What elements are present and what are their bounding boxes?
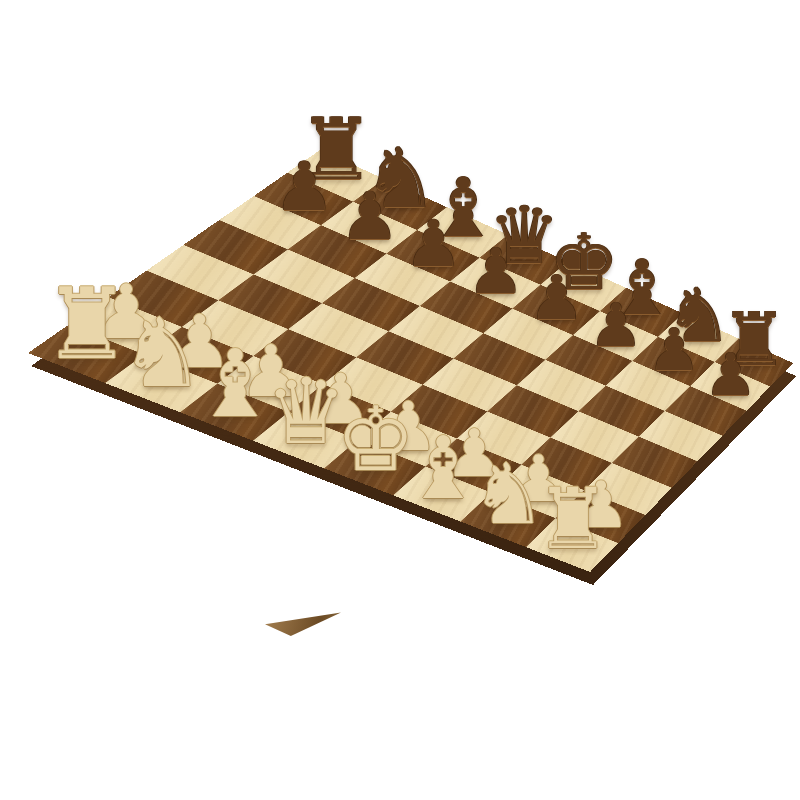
piece-black-pawn-b7[interactable]: ♟: [340, 183, 399, 249]
piece-black-pawn-d7[interactable]: ♟: [468, 240, 525, 303]
piece-black-pawn-e7[interactable]: ♟: [529, 268, 584, 330]
piece-black-pawn-g7[interactable]: ♟: [648, 321, 701, 380]
piece-white-king-e1[interactable]: ♚: [336, 397, 415, 485]
piece-white-queen-d1[interactable]: ♛: [266, 367, 347, 458]
piece-white-rook-a1[interactable]: ♜: [43, 275, 131, 374]
piece-black-pawn-h7[interactable]: ♟: [704, 346, 757, 405]
piece-black-pawn-c7[interactable]: ♟: [405, 212, 463, 277]
piece-black-pawn-f7[interactable]: ♟: [589, 295, 643, 355]
piece-black-pawn-a7[interactable]: ♟: [274, 153, 335, 221]
piece-white-bishop-c1[interactable]: ♝: [193, 338, 277, 431]
piece-white-rook-h1[interactable]: ♜: [535, 478, 610, 562]
piece-white-bishop-f1[interactable]: ♝: [404, 425, 481, 511]
wood-sliver-artifact: [265, 610, 341, 636]
piece-white-knight-b1[interactable]: ♞: [119, 307, 205, 403]
chess-scene: ♜♞♝♛♚♝♞♜♟♟♟♟♟♟♟♟♟♟♟♟♟♟♟♟♜♞♝♛♚♝♞♜: [0, 0, 800, 800]
